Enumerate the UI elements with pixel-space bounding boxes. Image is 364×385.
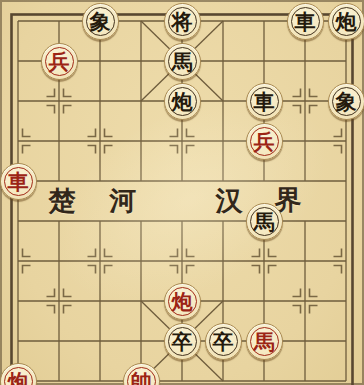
piece-black-cannon[interactable]: 炮 (164, 83, 201, 120)
river-label-chu: 楚 (49, 188, 76, 215)
piece-glyph: 炮 (172, 91, 193, 112)
piece-glyph: 車 (295, 11, 316, 32)
piece-black-cannon[interactable]: 炮 (328, 3, 364, 40)
piece-black-soldier[interactable]: 卒 (205, 323, 242, 360)
piece-glyph: 馬 (172, 51, 193, 72)
piece-black-elephant[interactable]: 象 (82, 3, 119, 40)
piece-black-general[interactable]: 将 (164, 3, 201, 40)
piece-red-cannon[interactable]: 炮 (164, 283, 201, 320)
piece-glyph: 兵 (49, 51, 70, 72)
piece-glyph: 帥 (131, 371, 152, 385)
piece-glyph: 卒 (172, 331, 193, 352)
piece-glyph: 炮 (8, 371, 29, 385)
river-label-he: 河 (110, 188, 137, 215)
river-label-han: 汉 (216, 188, 243, 215)
piece-black-chariot[interactable]: 車 (287, 3, 324, 40)
piece-black-soldier[interactable]: 卒 (164, 323, 201, 360)
xiangqi-board[interactable]: 楚 河 汉 界 象将車炮兵馬炮車象兵車馬炮卒卒馬炮帥 (0, 0, 364, 385)
piece-glyph: 馬 (254, 211, 275, 232)
piece-glyph: 兵 (254, 131, 275, 152)
piece-black-horse[interactable]: 馬 (246, 203, 283, 240)
piece-red-soldier[interactable]: 兵 (41, 43, 78, 80)
piece-glyph: 卒 (213, 331, 234, 352)
piece-black-elephant[interactable]: 象 (328, 83, 364, 120)
piece-glyph: 炮 (336, 11, 357, 32)
piece-black-chariot[interactable]: 車 (246, 83, 283, 120)
piece-glyph: 炮 (172, 291, 193, 312)
piece-glyph: 車 (254, 91, 275, 112)
piece-black-horse[interactable]: 馬 (164, 43, 201, 80)
piece-glyph: 将 (172, 11, 193, 32)
piece-red-soldier[interactable]: 兵 (246, 123, 283, 160)
piece-glyph: 馬 (254, 331, 275, 352)
piece-red-horse[interactable]: 馬 (246, 323, 283, 360)
piece-glyph: 車 (8, 171, 29, 192)
piece-glyph: 象 (90, 11, 111, 32)
piece-red-chariot[interactable]: 車 (0, 163, 37, 200)
piece-glyph: 象 (336, 91, 357, 112)
